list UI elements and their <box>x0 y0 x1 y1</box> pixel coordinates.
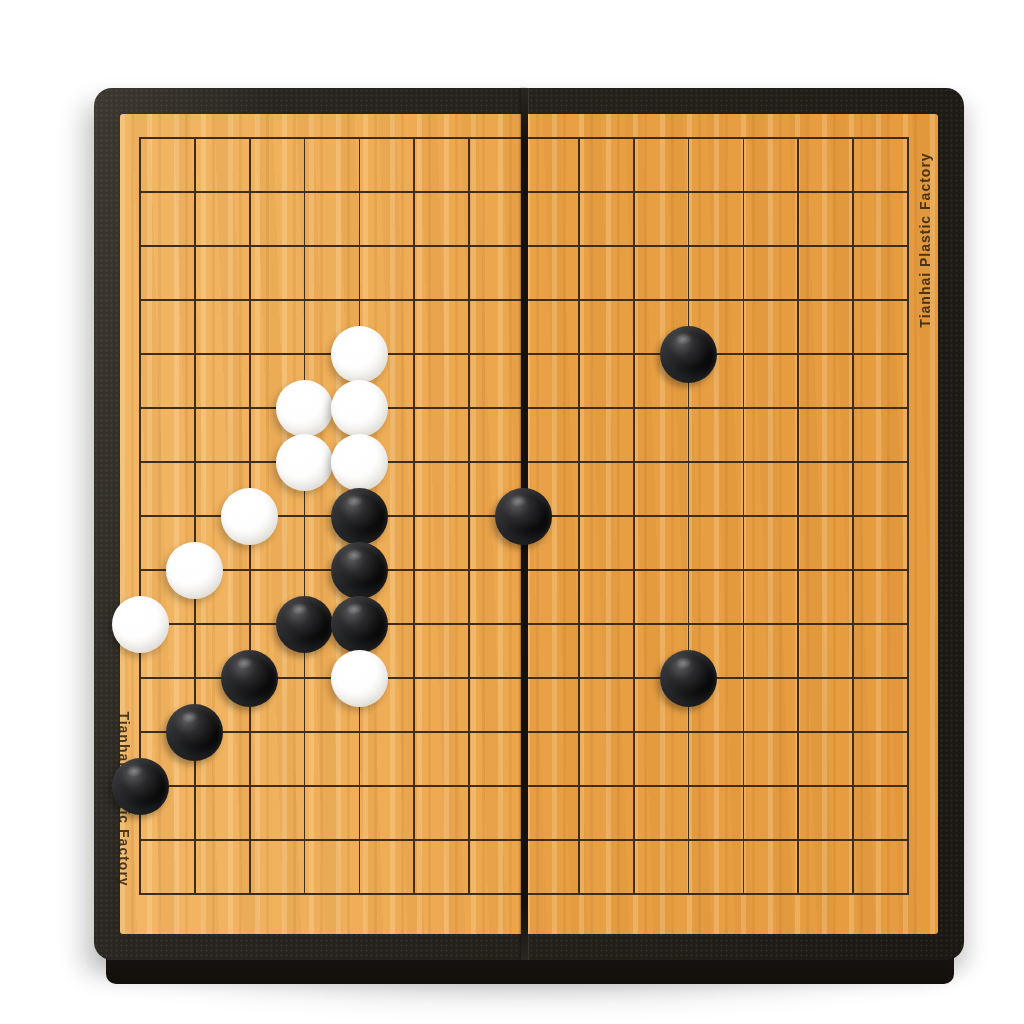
stone-black <box>276 596 333 653</box>
stone-white <box>112 596 169 653</box>
stone-white <box>276 380 333 437</box>
stone-black <box>166 704 223 761</box>
stone-black <box>112 758 169 815</box>
stone-black <box>221 650 278 707</box>
stone-layer <box>94 88 964 960</box>
stone-black <box>495 488 552 545</box>
stone-white <box>221 488 278 545</box>
stone-white <box>331 650 388 707</box>
stone-white <box>166 542 223 599</box>
stone-black <box>331 488 388 545</box>
go-board: Tianhai Plastic Factory Tianhai Plastic … <box>94 88 964 960</box>
stone-white <box>331 326 388 383</box>
stone-black <box>660 650 717 707</box>
stone-white <box>276 434 333 491</box>
product-photo: Tianhai Plastic Factory Tianhai Plastic … <box>0 0 1024 1024</box>
stone-white <box>331 434 388 491</box>
stone-black <box>331 542 388 599</box>
stone-black <box>660 326 717 383</box>
stone-white <box>331 380 388 437</box>
stone-black <box>331 596 388 653</box>
